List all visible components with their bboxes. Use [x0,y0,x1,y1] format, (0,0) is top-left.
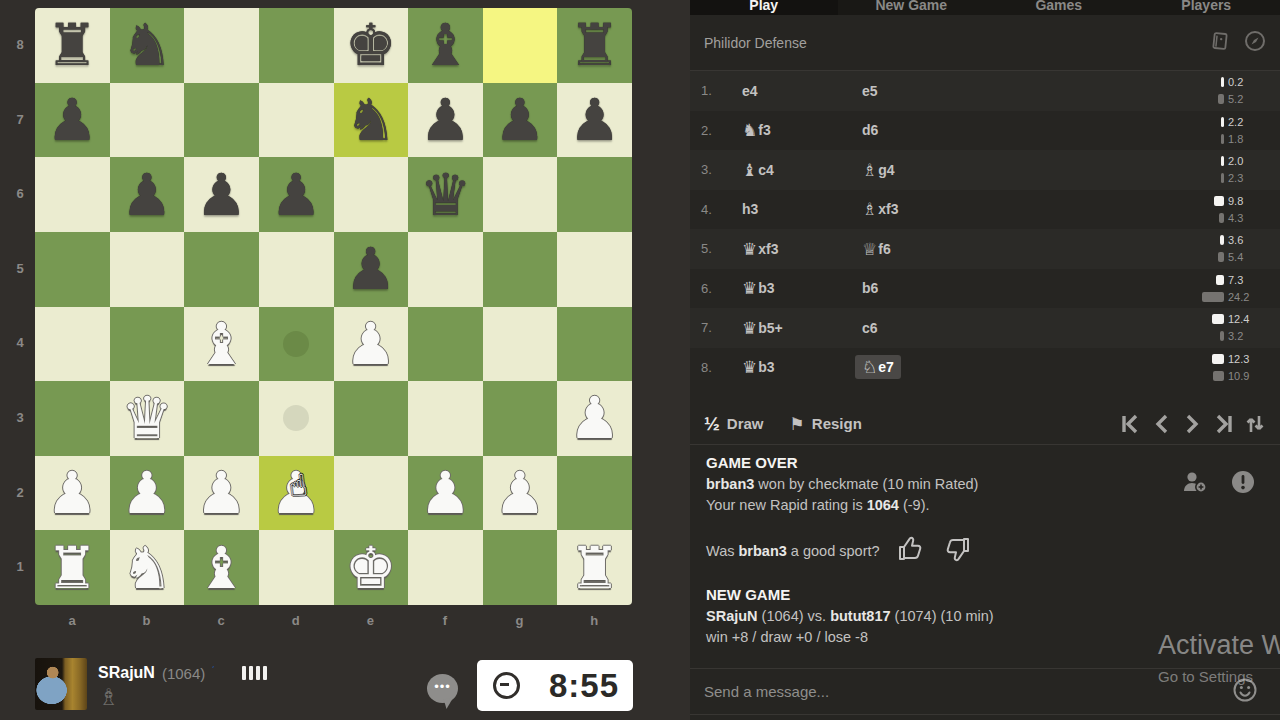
white-move-2[interactable]: ♞f3 [735,118,855,142]
square-a2[interactable]: ♟ [35,456,110,531]
file-label-b: b [137,613,157,628]
square-g4[interactable] [483,307,558,382]
piece-white-knight-b1[interactable]: ♞ [110,530,185,605]
move-number: 4. [690,202,735,217]
square-a6[interactable] [35,157,110,232]
square-b2[interactable]: ♟ [110,456,185,531]
time-bar [1221,173,1224,183]
jump-to-start-button[interactable] [1120,413,1142,435]
square-c6[interactable]: ♟ [184,157,259,232]
opening-book-icon[interactable] [1210,31,1230,55]
move-number: 2. [690,123,735,138]
white-move-6[interactable]: ♛b3 [735,276,855,300]
time-value: 2.0 [1228,155,1258,167]
move-times: 2.21.8 [975,114,1280,146]
piece-white-rook-a1[interactable]: ♜ [35,530,110,605]
square-h1[interactable]: ♜ [557,530,632,605]
square-d1[interactable] [259,530,334,605]
square-g7[interactable]: ♟ [483,83,558,158]
square-d3[interactable] [259,381,334,456]
square-e3[interactable] [334,381,409,456]
game-over-section: GAME OVER brban3 won by checkmate (10 mi… [690,445,1280,513]
rank-label-6: 6 [12,186,28,201]
time-value: 10.9 [1228,370,1258,382]
time-bar [1214,196,1224,206]
move-row-6: 6.♛b3b67.324.2 [690,269,1280,309]
move-times: 0.25.2 [975,75,1280,107]
chat-bubble-icon[interactable]: ••• [427,674,458,703]
piece-white-pawn-f2[interactable]: ♟ [408,456,483,531]
piece-black-pawn-b6[interactable]: ♟ [110,157,185,232]
time-value: 4.3 [1228,212,1258,224]
move-times: 12.43.2 [975,312,1280,344]
square-e8[interactable]: ♚ [334,8,409,83]
piece-black-pawn-e5[interactable]: ♟ [334,232,409,307]
square-h7[interactable]: ♟ [557,83,632,158]
move-times: 12.310.9 [975,351,1280,383]
report-icon[interactable] [1230,469,1256,499]
time-bar [1219,213,1224,223]
move-row-7: 7.♛b5+c612.43.2 [690,308,1280,348]
draw-button[interactable]: ½ Draw [704,413,764,435]
time-bar [1221,77,1224,87]
time-value: 3.2 [1228,330,1258,342]
square-b8[interactable]: ♞ [110,8,185,83]
time-bar [1221,156,1224,166]
move-row-5: 5.♛xf3♕f63.65.4 [690,229,1280,269]
piece-black-bishop-f8[interactable]: ♝ [408,8,483,83]
resign-flag-icon: ⚑ [790,414,805,434]
player-bar: SRajuN (1064) ♗ ••• 8:55 [35,658,635,714]
square-a7[interactable]: ♟ [35,83,110,158]
controls-bar: ½ Draw ⚑ Resign [690,403,1280,445]
piece-black-king-e8[interactable]: ♚ [334,8,409,83]
time-bar [1216,275,1224,285]
move-number: 1. [690,83,735,98]
thumbs-up-icon[interactable] [896,534,926,568]
square-c7[interactable] [184,83,259,158]
black-move-2[interactable]: d6 [855,120,975,140]
flip-board-icon[interactable] [1244,413,1266,435]
clock-time: 8:55 [520,667,619,705]
clock-paused-icon [493,672,520,699]
tab-play[interactable]: Play [690,0,838,15]
rank-label-5: 5 [12,261,28,276]
square-h3[interactable]: ♟ [557,381,632,456]
piece-black-pawn-h7[interactable]: ♟ [557,83,632,158]
file-label-g: g [510,613,530,628]
black-move-5[interactable]: ♕f6 [855,237,975,261]
piece-white-pawn-a2[interactable]: ♟ [35,456,110,531]
time-value: 2.3 [1228,172,1258,184]
rank-label-8: 8 [12,37,28,52]
square-d5[interactable] [259,232,334,307]
black-move-7[interactable]: c6 [855,318,975,338]
square-a5[interactable] [35,232,110,307]
piece-black-queen-f6[interactable]: ♛ [408,157,483,232]
file-label-e: e [360,613,380,628]
square-e4[interactable]: ♟ [334,307,409,382]
square-e7[interactable]: ♞ [334,83,409,158]
thumbs-down-icon[interactable] [942,534,972,568]
piece-white-bishop-c1[interactable]: ♝ [184,530,259,605]
move-times: 9.84.3 [975,193,1280,225]
piece-black-knight-e7[interactable]: ♞ [334,83,409,158]
piece-black-pawn-g7[interactable]: ♟ [483,83,558,158]
square-d7[interactable] [259,83,334,158]
piece-white-pawn-b2[interactable]: ♟ [110,456,185,531]
piece-white-rook-h1[interactable]: ♜ [557,530,632,605]
square-d4[interactable] [259,307,334,382]
square-a4[interactable] [35,307,110,382]
square-d2[interactable]: ♟☝ [259,456,334,531]
move-row-2: 2.♞f3d62.21.8 [690,111,1280,151]
move-number: 7. [690,320,735,335]
square-h4[interactable] [557,307,632,382]
white-move-1[interactable]: e4 [735,81,855,101]
move-number: 5. [690,241,735,256]
move-hint-dot-d4[interactable] [283,331,309,357]
piece-white-pawn-g2[interactable]: ♟ [483,456,558,531]
square-f3[interactable] [408,381,483,456]
time-bar [1202,292,1224,302]
square-c3[interactable] [184,381,259,456]
avatar[interactable] [35,658,87,710]
square-b4[interactable] [110,307,185,382]
time-value: 12.4 [1228,313,1258,325]
new-game-title: NEW GAME [706,586,1264,603]
move-row-4: 4.h3♗xf39.84.3 [690,190,1280,230]
time-value: 5.4 [1228,251,1258,263]
black-move-6[interactable]: b6 [855,278,975,298]
square-g8[interactable] [483,8,558,83]
rank-label-2: 2 [12,485,28,500]
square-d6[interactable]: ♟ [259,157,334,232]
white-move-3[interactable]: ♝c4 [735,158,855,182]
chess-board[interactable]: ♜♞♚♝♜♟♞♟♟♟♟♟♟♛♟♝♟♛♟♟♟♟♟☝♟♟♜♞♝♚♜ [35,8,632,605]
move-row-8: 8.♛b3♘e712.310.9 [690,348,1280,388]
square-e5[interactable]: ♟ [334,232,409,307]
time-value: 0.2 [1228,76,1258,88]
game-over-rating: Your new Rapid rating is 1064 (-9). [706,497,1264,513]
new-game-matchup: SRajuN (1064) vs. butut817 (1074) (10 mi… [706,608,1264,624]
time-value: 12.3 [1228,353,1258,365]
jump-to-end-button[interactable] [1212,413,1234,435]
move-number: 6. [690,281,735,296]
square-c4[interactable]: ♝ [184,307,259,382]
time-bar [1213,371,1224,381]
square-a8[interactable]: ♜ [35,8,110,83]
chat-bar: Send a message... [690,668,1280,715]
piece-white-pawn-c2[interactable]: ♟ [184,456,259,531]
emoji-smiley-icon[interactable] [1232,677,1258,707]
file-label-f: f [435,613,455,628]
square-f7[interactable]: ♟ [408,83,483,158]
black-move-1[interactable]: e5 [855,81,975,101]
white-move-7[interactable]: ♛b5+ [735,316,855,340]
time-bar [1220,235,1224,245]
resign-button[interactable]: ⚑ Resign [790,414,862,434]
player-clock: 8:55 [477,660,633,711]
white-move-5[interactable]: ♛xf3 [735,237,855,261]
tab-players[interactable]: Players [1133,0,1280,15]
black-move-8[interactable]: ♘e7 [855,355,975,379]
square-e2[interactable] [334,456,409,531]
square-b1[interactable]: ♞ [110,530,185,605]
square-e1[interactable]: ♚ [334,530,409,605]
opening-name: Philidor Defense [704,35,1196,51]
time-bar [1218,94,1224,104]
square-f2[interactable]: ♟ [408,456,483,531]
square-c2[interactable]: ♟ [184,456,259,531]
piece-black-pawn-f7[interactable]: ♟ [408,83,483,158]
rank-label-1: 1 [12,559,28,574]
time-bar [1220,331,1224,341]
move-times: 7.324.2 [975,272,1280,304]
tab-games[interactable]: Games [985,0,1133,15]
new-game-section: NEW GAME SRajuN (1064) vs. butut817 (107… [690,568,1280,645]
square-d8[interactable] [259,8,334,83]
square-f1[interactable] [408,530,483,605]
move-row-1: 1.e4e50.25.2 [690,71,1280,111]
square-g5[interactable] [483,232,558,307]
connection-bars-icon [242,666,267,680]
square-h8[interactable]: ♜ [557,8,632,83]
time-value: 1.8 [1228,133,1258,145]
time-bar [1221,134,1224,144]
tab-bar: Play New Game Games Players [690,0,1280,15]
move-number: 8. [690,360,735,375]
piece-black-pawn-d6[interactable]: ♟ [259,157,334,232]
piece-black-rook-h8[interactable]: ♜ [557,8,632,83]
rank-label-4: 4 [12,335,28,350]
square-c1[interactable]: ♝ [184,530,259,605]
new-game-odds: win +8 / draw +0 / lose -8 [706,629,1264,645]
square-f5[interactable] [408,232,483,307]
piece-black-rook-a8[interactable]: ♜ [35,8,110,83]
time-value: 5.2 [1228,93,1258,105]
square-c5[interactable] [184,232,259,307]
next-move-button[interactable] [1182,413,1202,435]
move-number: 3. [690,162,735,177]
white-move-8[interactable]: ♛b3 [735,355,855,379]
time-value: 2.2 [1228,116,1258,128]
player-name[interactable]: SRajuN [98,664,155,682]
piece-white-pawn-e4[interactable]: ♟ [334,307,409,382]
previous-move-button[interactable] [1152,413,1172,435]
draw-half-icon: ½ [704,413,720,435]
tab-new-game[interactable]: New Game [838,0,986,15]
time-bar [1212,354,1224,364]
piece-white-bishop-c4[interactable]: ♝ [184,307,259,382]
time-value: 9.8 [1228,195,1258,207]
time-value: 24.2 [1228,291,1258,303]
square-e6[interactable] [334,157,409,232]
file-label-d: d [286,613,306,628]
square-f6[interactable]: ♛ [408,157,483,232]
india-flag-icon [212,666,235,681]
square-b5[interactable] [110,232,185,307]
square-b6[interactable]: ♟ [110,157,185,232]
file-label-a: a [62,613,82,628]
explorer-compass-icon[interactable] [1244,30,1266,56]
piece-black-pawn-a7[interactable]: ♟ [35,83,110,158]
move-times: 2.02.3 [975,154,1280,186]
piece-black-knight-b8[interactable]: ♞ [110,8,185,83]
move-row-3: 3.♝c4♗g42.02.3 [690,150,1280,190]
square-g6[interactable] [483,157,558,232]
good-sport-row: Was brban3 a good sport? [690,518,1280,568]
move-hint-dot-d3[interactable] [283,405,309,431]
time-bar [1212,314,1224,324]
square-c8[interactable] [184,8,259,83]
black-move-3[interactable]: ♗g4 [855,158,975,182]
square-h2[interactable] [557,456,632,531]
square-f4[interactable] [408,307,483,382]
time-bar [1218,252,1224,262]
file-label-h: h [584,613,604,628]
good-sport-question: Was brban3 a good sport? [706,543,880,559]
black-move-4[interactable]: ♗xf3 [855,197,975,221]
piece-white-queen-b3[interactable]: ♛ [110,381,185,456]
square-a1[interactable]: ♜ [35,530,110,605]
chat-input[interactable]: Send a message... [704,683,1232,700]
time-value: 7.3 [1228,274,1258,286]
add-friend-icon[interactable] [1181,469,1208,499]
time-value: 3.6 [1228,234,1258,246]
rank-label-7: 7 [12,112,28,127]
square-b3[interactable]: ♛ [110,381,185,456]
white-move-4[interactable]: h3 [735,199,855,219]
opening-row: Philidor Defense [690,15,1280,71]
square-h5[interactable] [557,232,632,307]
time-bar [1221,117,1224,127]
side-panel: Play New Game Games Players Philidor Def… [690,0,1280,720]
rank-label-3: 3 [12,410,28,425]
square-f8[interactable]: ♝ [408,8,483,83]
move-list: 1.e4e50.25.22.♞f3d62.21.83.♝c4♗g42.02.34… [690,71,1280,387]
piece-white-pawn-h3[interactable]: ♟ [557,381,632,456]
square-a3[interactable] [35,381,110,456]
piece-white-king-e1[interactable]: ♚ [334,530,409,605]
piece-black-pawn-c6[interactable]: ♟ [184,157,259,232]
square-g3[interactable] [483,381,558,456]
captured-piece-bishop: ♗ [98,684,119,710]
file-label-c: c [211,613,231,628]
square-g2[interactable]: ♟ [483,456,558,531]
move-times: 3.65.4 [975,233,1280,265]
square-b7[interactable] [110,83,185,158]
square-g1[interactable] [483,530,558,605]
square-h6[interactable] [557,157,632,232]
player-rating: (1064) [162,665,205,682]
